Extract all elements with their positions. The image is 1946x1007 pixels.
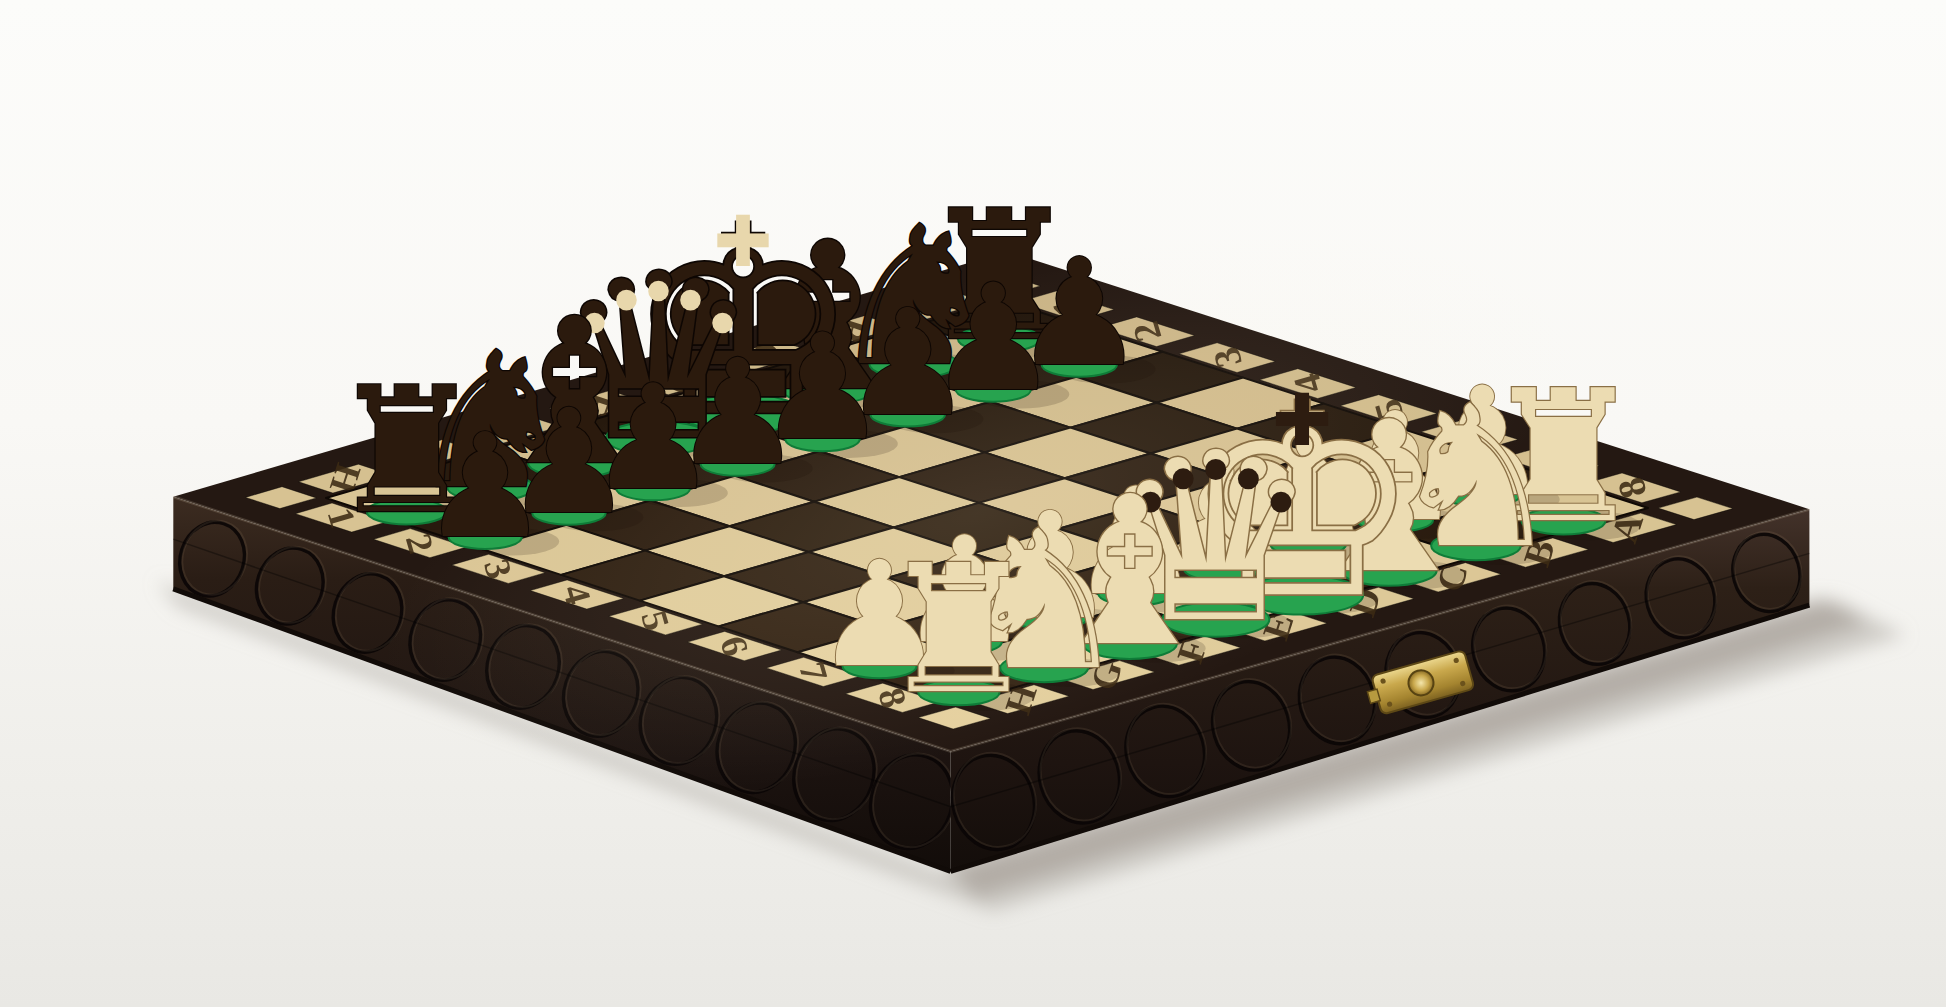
rook-glyph: ♜ [880,527,1039,733]
dark-crown-ball [1238,468,1259,489]
pawn-glyph: ♟ [421,403,550,570]
piece-dark-pawn-h2[interactable]: ♟ [421,403,559,570]
chess-set-photo: 1122334455667788AABBCCDDEEFFGGHH♜♞♟♝♟♚✚♟… [0,0,1946,1007]
photo-backdrop: 1122334455667788AABBCCDDEEFFGGHH♜♞♟♝♟♚✚♟… [0,0,1946,1007]
dark-crown-ball [1271,492,1292,513]
light-crown-ball [680,290,701,311]
piece-light-rook-h8[interactable]: ♜ [880,527,1039,733]
